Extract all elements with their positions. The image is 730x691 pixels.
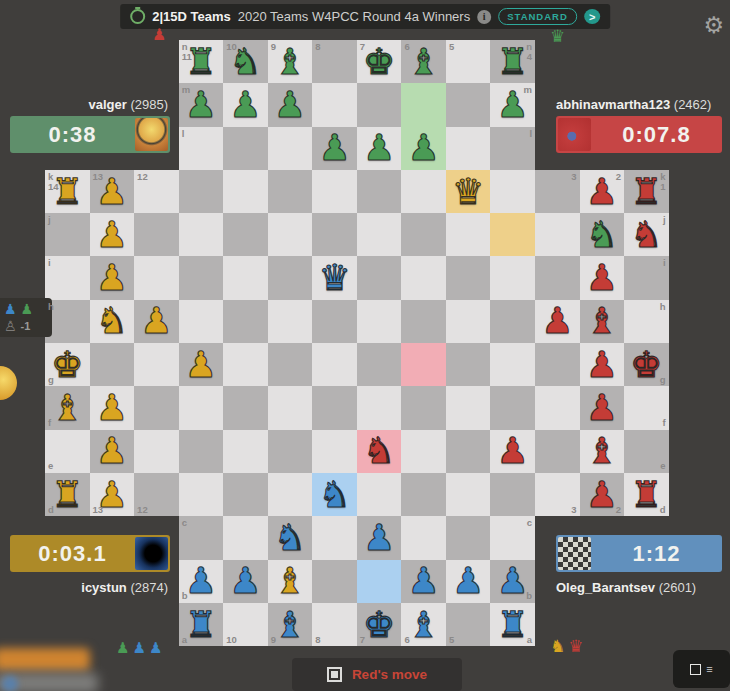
square-g8[interactable]	[312, 343, 357, 386]
turn-status-bar: Red's move	[292, 658, 462, 691]
square-k9[interactable]	[268, 170, 313, 213]
square-l9[interactable]	[268, 127, 313, 170]
yellow-pawn[interactable]: ♟	[90, 256, 135, 299]
square-b11[interactable]: ♟b	[179, 560, 224, 603]
square-e4[interactable]: ♟	[490, 430, 535, 473]
square-i4[interactable]	[490, 256, 535, 299]
coord-label-j14: j	[48, 215, 51, 225]
square-h5[interactable]	[446, 300, 491, 343]
square-n9[interactable]: ♝9	[268, 40, 313, 83]
square-n6[interactable]: ♝6	[401, 40, 446, 83]
square-e8[interactable]	[312, 430, 357, 473]
square-e6[interactable]	[401, 430, 446, 473]
yellow-knight[interactable]: ♞	[90, 300, 135, 343]
square-k6[interactable]	[401, 170, 446, 213]
square-f4[interactable]	[490, 386, 535, 429]
clock-valger: 0:38	[10, 116, 170, 153]
coord-label-a5: 5	[449, 635, 454, 645]
coord-label-a8: 8	[315, 635, 320, 645]
square-l11[interactable]: l	[179, 127, 224, 170]
board-void	[535, 40, 580, 83]
square-d3[interactable]: 3	[535, 473, 580, 516]
captured-icon: ♟	[116, 639, 129, 657]
square-f2[interactable]: ♟	[580, 386, 625, 429]
coord-label-l11: l	[182, 129, 185, 139]
avatar-oleg-barantsev[interactable]	[558, 537, 591, 570]
coord-label-a11: a	[182, 635, 187, 645]
square-l4[interactable]: l	[490, 127, 535, 170]
square-g2[interactable]: ♟	[580, 343, 625, 386]
square-l5[interactable]	[446, 127, 491, 170]
square-d13[interactable]: ♟13	[90, 473, 135, 516]
coord-label-d3: 3	[571, 505, 576, 515]
stopwatch-icon	[130, 9, 145, 24]
square-d8[interactable]: ♞	[312, 473, 357, 516]
coord-label-m11: m	[182, 85, 190, 95]
red-pawn[interactable]: ♟	[580, 343, 625, 386]
red-pawn[interactable]: ♟	[535, 300, 580, 343]
square-i1[interactable]: i	[624, 256, 669, 299]
square-f7[interactable]	[357, 386, 402, 429]
red-bishop[interactable]: ♝	[580, 300, 625, 343]
square-b4[interactable]: ♟b	[490, 560, 535, 603]
square-l6[interactable]: ♟	[401, 127, 446, 170]
coord-label-d12: 12	[137, 505, 148, 515]
coord-label-n10: 10	[226, 42, 237, 52]
square-c9[interactable]: ♞	[268, 516, 313, 559]
coord-label-n4: 4	[527, 52, 532, 62]
yellow-avatar-blob	[0, 366, 17, 400]
red-knight[interactable]: ♞	[624, 213, 669, 256]
square-i12[interactable]	[134, 256, 179, 299]
captured-icon: ♞	[550, 636, 565, 656]
square-i14[interactable]: i	[45, 256, 90, 299]
coord-label-k14: 14	[48, 182, 59, 192]
square-k1[interactable]: ♜k1	[624, 170, 669, 213]
green-pawn-icon: ♟	[21, 302, 34, 316]
square-b5[interactable]: ♟	[446, 560, 491, 603]
square-h13[interactable]: ♞	[90, 300, 135, 343]
square-e2[interactable]: ♝	[580, 430, 625, 473]
coord-label-k12: 12	[137, 172, 148, 182]
coord-label-i14: i	[48, 258, 51, 268]
coord-label-n5: 5	[449, 42, 454, 52]
square-d9[interactable]	[268, 473, 313, 516]
settings-gear-icon[interactable]: ⚙	[703, 12, 724, 38]
square-f12[interactable]	[134, 386, 179, 429]
square-j2[interactable]: ♞	[580, 213, 625, 256]
square-e13[interactable]: ♟	[90, 430, 135, 473]
square-h6[interactable]	[401, 300, 446, 343]
square-g9[interactable]	[268, 343, 313, 386]
square-n7[interactable]: ♚7	[357, 40, 402, 83]
square-m7[interactable]	[357, 83, 402, 126]
coord-label-n8: 8	[315, 42, 320, 52]
square-c8[interactable]	[312, 516, 357, 559]
coord-label-a10: 10	[226, 635, 237, 645]
board-void	[90, 40, 135, 83]
board-void	[134, 40, 179, 83]
censored-chat-entry	[0, 648, 90, 671]
square-c10[interactable]	[223, 516, 268, 559]
square-g12[interactable]	[134, 343, 179, 386]
blue-pawn[interactable]: ♟	[446, 560, 491, 603]
square-m9[interactable]: ♟	[268, 83, 313, 126]
square-e3[interactable]	[535, 430, 580, 473]
square-g5[interactable]	[446, 343, 491, 386]
square-h10[interactable]	[223, 300, 268, 343]
green-pawn[interactable]: ♟	[223, 83, 268, 126]
square-i5[interactable]	[446, 256, 491, 299]
square-j11[interactable]	[179, 213, 224, 256]
square-j8[interactable]	[312, 213, 357, 256]
blue-knight[interactable]: ♞	[312, 473, 357, 516]
coord-label-i1: i	[663, 258, 666, 268]
square-h12[interactable]: ♟	[134, 300, 179, 343]
square-a11[interactable]: ♜a	[179, 603, 224, 646]
square-b7[interactable]	[357, 560, 402, 603]
square-h3[interactable]: ♟	[535, 300, 580, 343]
player-name-abhinavmartha123[interactable]: abhinavmartha123 (2462)	[556, 97, 726, 112]
event-title: 2020 Teams W4PCC Round 4a Winners	[238, 9, 470, 24]
square-i11[interactable]	[179, 256, 224, 299]
square-d12[interactable]: 12	[134, 473, 179, 516]
square-e12[interactable]	[134, 430, 179, 473]
square-k13[interactable]: ♟13	[90, 170, 135, 213]
square-h2[interactable]: ♝	[580, 300, 625, 343]
square-f8[interactable]	[312, 386, 357, 429]
yellow-pawn[interactable]: ♟	[134, 300, 179, 343]
clock-icystun: 0:03.1	[10, 535, 170, 572]
square-i2[interactable]: ♟	[580, 256, 625, 299]
square-m4[interactable]: ♟m	[490, 83, 535, 126]
square-j1[interactable]: ♞j	[624, 213, 669, 256]
square-m11[interactable]: ♟m	[179, 83, 224, 126]
square-j13[interactable]: ♟	[90, 213, 135, 256]
turn-status-text: Red's move	[352, 667, 427, 682]
square-n8[interactable]: 8	[312, 40, 357, 83]
standard-badge: STANDARD	[498, 8, 577, 25]
game-header: 2|15D Teams 2020 Teams W4PCC Round 4a Wi…	[120, 4, 610, 29]
square-e7[interactable]: ♞	[357, 430, 402, 473]
board-void	[45, 603, 90, 646]
coord-label-n9: 9	[271, 42, 276, 52]
square-h7[interactable]	[357, 300, 402, 343]
square-i7[interactable]	[357, 256, 402, 299]
coord-label-c4: c	[527, 518, 532, 528]
coord-label-f14: f	[48, 418, 51, 428]
square-m8[interactable]	[312, 83, 357, 126]
blue-pawn-icon: ♟	[4, 302, 17, 316]
player-name-icystun[interactable]: icystun (2874)	[8, 580, 168, 595]
square-g7[interactable]	[357, 343, 402, 386]
player-name-oleg-barantsev[interactable]: Oleg_Barantsev (2601)	[556, 580, 726, 595]
coord-label-a4: a	[527, 635, 532, 645]
square-c4[interactable]: c	[490, 516, 535, 559]
square-d4[interactable]	[490, 473, 535, 516]
square-j5[interactable]	[446, 213, 491, 256]
square-n11[interactable]: ♜n11	[179, 40, 224, 83]
menu-button[interactable]: ≡	[673, 650, 730, 688]
red-pawn[interactable]: ♟	[580, 256, 625, 299]
captured-icon: ♟	[132, 639, 145, 657]
square-k2[interactable]: ♟2	[580, 170, 625, 213]
square-d2[interactable]: ♟2	[580, 473, 625, 516]
square-m10[interactable]: ♟	[223, 83, 268, 126]
captured-icon: ♛	[568, 636, 583, 656]
square-i8[interactable]: ♛	[312, 256, 357, 299]
square-e10[interactable]	[223, 430, 268, 473]
coord-label-f1: f	[662, 418, 665, 428]
board-void	[580, 40, 625, 83]
square-g4[interactable]	[490, 343, 535, 386]
green-pawn[interactable]: ♟	[357, 127, 402, 170]
avatar-valger[interactable]	[135, 118, 168, 151]
coord-label-b11: b	[182, 591, 188, 601]
blue-pawn[interactable]: ♟	[357, 516, 402, 559]
square-a4[interactable]: ♜a	[490, 603, 535, 646]
clock-oleg-barantsev: 1:12	[556, 535, 722, 572]
chevron-right-icon[interactable]: >	[584, 9, 600, 24]
square-i13[interactable]: ♟	[90, 256, 135, 299]
coord-label-a9: 9	[271, 635, 276, 645]
square-d11[interactable]	[179, 473, 224, 516]
square-c7[interactable]: ♟	[357, 516, 402, 559]
square-e11[interactable]	[179, 430, 224, 473]
material-pawn-icons: ♟♟	[4, 302, 50, 316]
square-d5[interactable]	[446, 473, 491, 516]
square-j9[interactable]	[268, 213, 313, 256]
square-j7[interactable]	[357, 213, 402, 256]
yellow-queen[interactable]: ♛	[446, 170, 491, 213]
square-a9[interactable]: ♝9	[268, 603, 313, 646]
square-f14[interactable]: ♝f	[45, 386, 90, 429]
board-void	[624, 603, 669, 646]
red-pawn[interactable]: ♟	[580, 386, 625, 429]
square-k11[interactable]	[179, 170, 224, 213]
square-j14[interactable]: j	[45, 213, 90, 256]
blue-knight[interactable]: ♞	[268, 516, 313, 559]
square-n10[interactable]: ♞10	[223, 40, 268, 83]
square-f5[interactable]	[446, 386, 491, 429]
coord-label-a6: 6	[404, 635, 409, 645]
square-h8[interactable]	[312, 300, 357, 343]
stop-square-icon	[327, 667, 342, 682]
coord-label-j1: j	[663, 215, 666, 225]
square-i10[interactable]	[223, 256, 268, 299]
square-l8[interactable]: ♟	[312, 127, 357, 170]
menu-button-label: ≡	[706, 663, 712, 675]
square-a7[interactable]: ♚7	[357, 603, 402, 646]
board-void	[580, 603, 625, 646]
board-void	[624, 40, 669, 83]
yellow-pawn[interactable]: ♟	[90, 430, 135, 473]
square-c6[interactable]	[401, 516, 446, 559]
square-h4[interactable]	[490, 300, 535, 343]
square-j10[interactable]	[223, 213, 268, 256]
square-a8[interactable]: 8	[312, 603, 357, 646]
yellow-bishop[interactable]: ♝	[268, 560, 313, 603]
square-g3[interactable]	[535, 343, 580, 386]
coord-label-k13: 13	[93, 172, 104, 182]
coord-label-k1: 1	[660, 182, 665, 192]
avatar-icystun[interactable]	[135, 537, 168, 570]
square-m5[interactable]	[446, 83, 491, 126]
square-d6[interactable]	[401, 473, 446, 516]
green-pawn[interactable]: ♟	[268, 83, 313, 126]
square-i3[interactable]	[535, 256, 580, 299]
coord-label-g14: g	[48, 375, 54, 385]
square-h11[interactable]	[179, 300, 224, 343]
coord-label-a7: 7	[360, 635, 365, 645]
square-j12[interactable]	[134, 213, 179, 256]
square-i9[interactable]	[268, 256, 313, 299]
square-d14[interactable]: ♜d	[45, 473, 90, 516]
ghost-pawn-icon: ♙	[4, 319, 17, 333]
coord-label-g1: g	[660, 375, 666, 385]
square-k3[interactable]: 3	[535, 170, 580, 213]
square-e9[interactable]	[268, 430, 313, 473]
square-d1[interactable]: ♜d	[624, 473, 669, 516]
coord-label-d14: d	[48, 505, 54, 515]
coord-label-c11: c	[182, 518, 187, 528]
clock-abhinavmartha123: 0:07.8	[556, 116, 722, 153]
red-pawn[interactable]: ♟	[490, 430, 535, 473]
square-k8[interactable]	[312, 170, 357, 213]
blue-pawn[interactable]: ♟	[401, 560, 446, 603]
square-m6[interactable]	[401, 83, 446, 126]
blue-pawn[interactable]: ♟	[223, 560, 268, 603]
material-score: -1	[21, 320, 31, 332]
square-f3[interactable]	[535, 386, 580, 429]
coord-label-n6: 6	[404, 42, 409, 52]
square-e14[interactable]: e	[45, 430, 90, 473]
square-a5[interactable]: 5	[446, 603, 491, 646]
square-c5[interactable]	[446, 516, 491, 559]
captured-pieces-icystun: ♟♟♟	[116, 639, 162, 657]
square-g13[interactable]	[90, 343, 135, 386]
coord-label-b4: b	[526, 591, 532, 601]
square-k12[interactable]: 12	[134, 170, 179, 213]
square-d10[interactable]	[223, 473, 268, 516]
coord-label-h14: h	[48, 302, 54, 312]
square-i6[interactable]	[401, 256, 446, 299]
square-j4[interactable]	[490, 213, 535, 256]
coord-label-m4: m	[524, 85, 532, 95]
square-g1[interactable]: ♚g	[624, 343, 669, 386]
captured-icon: ♟	[149, 639, 162, 657]
square-g10[interactable]	[223, 343, 268, 386]
square-a6[interactable]: ♝6	[401, 603, 446, 646]
square-c11[interactable]: c	[179, 516, 224, 559]
green-pawn[interactable]: ♟	[312, 127, 357, 170]
square-g6[interactable]	[401, 343, 446, 386]
square-j6[interactable]	[401, 213, 446, 256]
coord-label-d2: 2	[616, 505, 621, 515]
square-k4[interactable]	[490, 170, 535, 213]
red-knight[interactable]: ♞	[357, 430, 402, 473]
coord-label-n11: 11	[182, 52, 192, 62]
captured-pieces-oleg: ♞♛	[550, 636, 584, 656]
square-k7[interactable]	[357, 170, 402, 213]
coord-label-n7: 7	[360, 42, 365, 52]
coord-label-k2: 2	[616, 172, 621, 182]
yellow-pawn[interactable]: ♟	[90, 213, 135, 256]
coord-label-k3: 3	[571, 172, 576, 182]
coord-label-k1: k	[660, 172, 665, 182]
square-f13[interactable]: ♟	[90, 386, 135, 429]
menu-square-icon	[690, 664, 701, 675]
square-f10[interactable]	[223, 386, 268, 429]
square-n4[interactable]: ♜n4	[490, 40, 535, 83]
player-name-valger[interactable]: valger (2985)	[8, 97, 168, 112]
yellow-pawn[interactable]: ♟	[90, 386, 135, 429]
square-k14[interactable]: ♜k14	[45, 170, 90, 213]
yellow-pawn[interactable]: ♟	[179, 343, 224, 386]
square-f9[interactable]	[268, 386, 313, 429]
square-n5[interactable]: 5	[446, 40, 491, 83]
green-knight[interactable]: ♞	[580, 213, 625, 256]
time-control-label: 2|15D Teams	[152, 9, 231, 24]
square-f6[interactable]	[401, 386, 446, 429]
square-j3[interactable]	[535, 213, 580, 256]
square-l7[interactable]: ♟	[357, 127, 402, 170]
square-a10[interactable]: 10	[223, 603, 268, 646]
square-k5[interactable]: ♛	[446, 170, 491, 213]
coord-label-h1: h	[660, 302, 666, 312]
square-l10[interactable]	[223, 127, 268, 170]
blue-queen[interactable]: ♛	[312, 256, 357, 299]
material-indicator-panel: ♟♟ ♙ -1	[0, 298, 52, 337]
avatar-abhinavmartha123[interactable]	[558, 118, 591, 151]
square-d7[interactable]	[357, 473, 402, 516]
censored-avatar-dot	[2, 676, 18, 691]
square-e5[interactable]	[446, 430, 491, 473]
square-g11[interactable]: ♟	[179, 343, 224, 386]
square-h1[interactable]: h	[624, 300, 669, 343]
square-h9[interactable]	[268, 300, 313, 343]
square-b9[interactable]: ♝	[268, 560, 313, 603]
green-pawn[interactable]: ♟	[401, 127, 446, 170]
square-f1[interactable]: f	[624, 386, 669, 429]
square-b8[interactable]	[312, 560, 357, 603]
coord-label-e1: e	[660, 461, 665, 471]
coord-label-d1: d	[660, 505, 666, 515]
square-b10[interactable]: ♟	[223, 560, 268, 603]
square-g14[interactable]: ♚g	[45, 343, 90, 386]
board-void	[45, 40, 90, 83]
coord-label-k14: k	[48, 172, 53, 182]
square-k10[interactable]	[223, 170, 268, 213]
red-bishop[interactable]: ♝	[580, 430, 625, 473]
yellow-bishop[interactable]: ♝	[45, 386, 90, 429]
coord-label-e14: e	[48, 461, 53, 471]
info-icon[interactable]: i	[477, 10, 491, 24]
square-b6[interactable]: ♟	[401, 560, 446, 603]
coord-label-d13: 13	[93, 505, 104, 515]
square-f11[interactable]	[179, 386, 224, 429]
square-e1[interactable]: e	[624, 430, 669, 473]
coord-label-l4: l	[529, 129, 532, 139]
